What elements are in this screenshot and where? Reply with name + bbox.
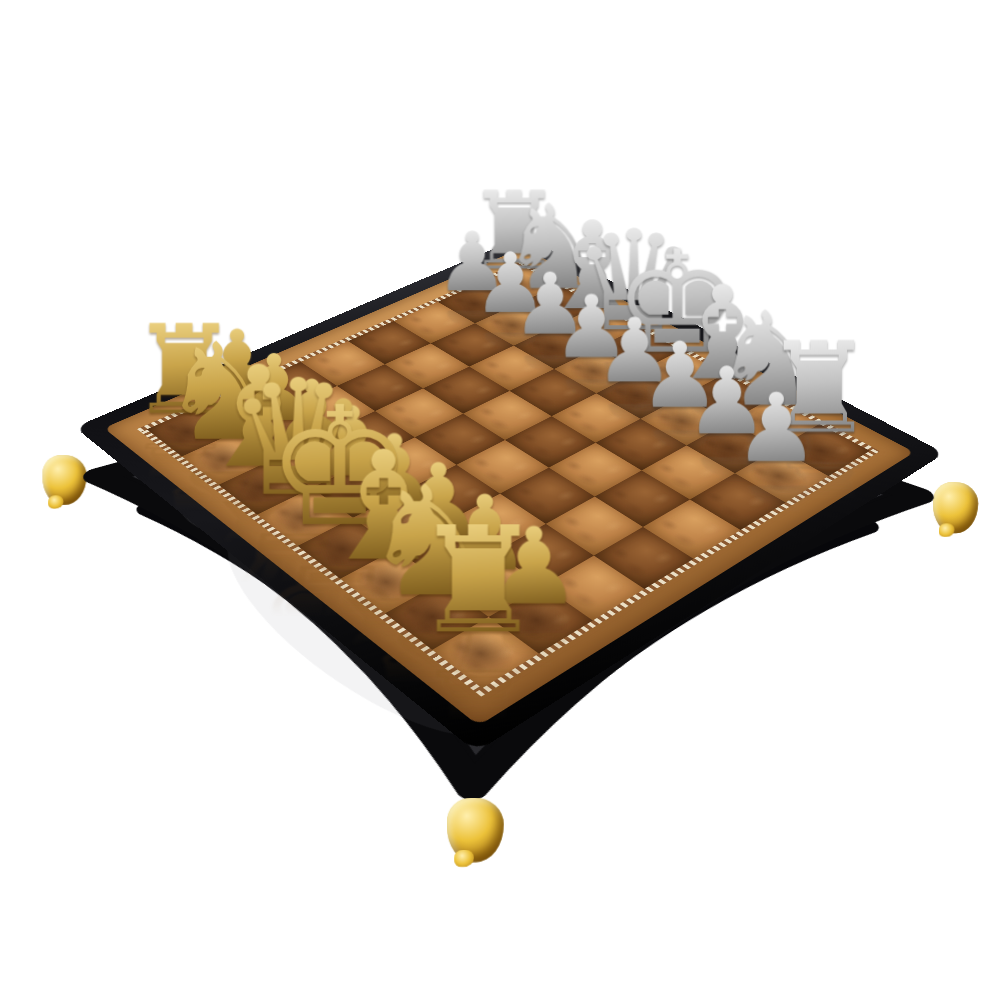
piece-silver-pawn-h7[interactable]: ♟ [694,381,859,476]
perspective-stage: ♜♞♝♛♚♝♞♜♟♟♟♟♟♟♟♟♟♟♟♟♟♟♟♟♜♞♝♛♚♝♞♜ ♜♞♝♛♚♝♞… [0,0,1000,1000]
r-glyph: ♜ [384,507,573,654]
p-glyph: ♟ [694,381,859,476]
piece-gold-rook-h1[interactable]: ♜ [384,507,573,654]
product-photo-scene: ♜♞♝♛♚♝♞♜♟♟♟♟♟♟♟♟♟♟♟♟♟♟♟♟♜♞♝♛♚♝♞♜ ♜♞♝♛♚♝♞… [0,0,1000,1000]
chess-board: ♜♞♝♛♚♝♞♜♟♟♟♟♟♟♟♟♟♟♟♟♟♟♟♟♜♞♝♛♚♝♞♜ ♜♞♝♛♚♝♞… [75,236,945,752]
